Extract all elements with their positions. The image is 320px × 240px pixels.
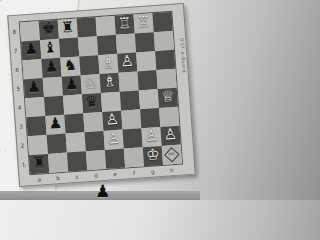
piece-br-a1[interactable]: ♜ — [29, 151, 49, 174]
square-d7[interactable] — [78, 36, 98, 56]
square-d8[interactable] — [77, 17, 97, 37]
board-grid: ♚♜♖♖♟♝♟♞♗♙♟♟♘♗♛♕♟♙♙♙♙♜♔DGT — [19, 11, 183, 175]
square-h2[interactable]: ♙ — [160, 126, 180, 146]
square-f3[interactable] — [121, 109, 141, 129]
square-e2[interactable]: ♙ — [104, 130, 124, 150]
piece-bp-b6[interactable]: ♟ — [41, 55, 61, 78]
piece-wr-g8[interactable]: ♖ — [133, 10, 153, 33]
file-label-c: c — [67, 172, 87, 181]
square-f8[interactable]: ♖ — [115, 15, 135, 35]
square-d3[interactable] — [83, 112, 103, 132]
square-h8[interactable] — [152, 12, 172, 32]
square-f6[interactable]: ♙ — [117, 52, 137, 72]
photo-chess-scene: { "game": "chess", "scene": "overhead gr… — [0, 0, 200, 200]
rank-label-1: 1 — [19, 154, 28, 174]
square-e5[interactable]: ♗ — [100, 73, 120, 93]
square-d4[interactable]: ♛ — [82, 93, 102, 113]
rank-label-3: 3 — [16, 116, 25, 136]
dgt-edge-text: DGT e-Board — [179, 38, 190, 128]
square-f2[interactable] — [122, 128, 142, 148]
table-speckles — [0, 0, 1, 1]
file-label-a: a — [29, 175, 49, 184]
piece-bp-a7[interactable]: ♟ — [21, 37, 41, 60]
square-c4[interactable] — [63, 94, 83, 114]
square-b3[interactable]: ♟ — [45, 115, 65, 135]
rank-label-8: 8 — [10, 22, 19, 42]
piece-wp-e2[interactable]: ♙ — [103, 127, 123, 150]
square-f1[interactable] — [124, 147, 144, 167]
rank-label-2: 2 — [18, 135, 27, 155]
square-g6[interactable] — [136, 51, 156, 71]
square-g8[interactable]: ♖ — [133, 13, 153, 33]
square-b6[interactable]: ♟ — [41, 58, 61, 78]
file-label-h: h — [162, 166, 182, 175]
file-label-e: e — [105, 170, 125, 179]
piece-wq-h4[interactable]: ♕ — [158, 85, 178, 108]
file-label-d: d — [86, 171, 106, 180]
piece-wp-f6[interactable]: ♙ — [117, 49, 137, 72]
square-g5[interactable] — [137, 70, 157, 90]
piece-wb-e5[interactable]: ♗ — [99, 70, 119, 93]
piece-bq-d4[interactable]: ♛ — [82, 90, 102, 113]
rank-label-7: 7 — [11, 41, 20, 61]
captured-black-piece[interactable]: ♟ — [95, 181, 110, 200]
square-d2[interactable] — [85, 131, 105, 151]
square-a1[interactable]: ♜ — [29, 154, 49, 174]
rank-label-5: 5 — [14, 79, 23, 99]
square-f4[interactable] — [120, 90, 140, 110]
piece-wr-f8[interactable]: ♖ — [114, 12, 134, 35]
square-b2[interactable] — [47, 134, 67, 154]
square-c8[interactable]: ♜ — [58, 19, 78, 39]
file-label-b: b — [48, 174, 68, 183]
square-a3[interactable] — [26, 116, 46, 136]
file-label-f: f — [124, 168, 144, 177]
square-a5[interactable]: ♟ — [24, 78, 44, 98]
piece-bp-a5[interactable]: ♟ — [24, 75, 44, 98]
piece-wk-g1[interactable]: ♔ — [143, 143, 163, 166]
square-h4[interactable]: ♕ — [158, 88, 178, 108]
piece-bp-b3[interactable]: ♟ — [45, 112, 65, 135]
board-frame: 87654321 abcdefgh DGT e-Board ♚♜♖♖♟♝♟♞♗♙… — [7, 3, 196, 187]
square-c5[interactable]: ♟ — [62, 75, 82, 95]
square-e8[interactable] — [96, 16, 116, 36]
square-b5[interactable] — [43, 77, 63, 97]
square-c3[interactable] — [64, 113, 84, 133]
square-h1[interactable]: DGT — [162, 145, 182, 165]
square-g1[interactable]: ♔ — [143, 146, 163, 166]
square-h6[interactable] — [155, 50, 175, 70]
piece-wp-h2[interactable]: ♙ — [160, 123, 180, 146]
chess-board: 87654321 abcdefgh DGT e-Board ♚♜♖♖♟♝♟♞♗♙… — [7, 3, 196, 187]
piece-bp-c5[interactable]: ♟ — [61, 72, 81, 95]
file-label-g: g — [143, 167, 163, 176]
square-a7[interactable]: ♟ — [21, 40, 41, 60]
square-c2[interactable] — [66, 132, 86, 152]
square-a4[interactable] — [25, 97, 45, 117]
rank-label-6: 6 — [12, 60, 21, 80]
square-d1[interactable] — [86, 150, 106, 170]
rank-label-4: 4 — [15, 97, 24, 117]
square-c1[interactable] — [67, 151, 87, 171]
dgt-logo-icon: DGT — [164, 147, 180, 163]
square-b1[interactable] — [48, 153, 68, 173]
square-h7[interactable] — [154, 31, 174, 51]
square-e1[interactable] — [105, 149, 125, 169]
square-f5[interactable] — [118, 71, 138, 91]
square-g4[interactable] — [139, 89, 159, 109]
square-g7[interactable] — [135, 32, 155, 52]
piece-br-c8[interactable]: ♜ — [57, 16, 77, 39]
